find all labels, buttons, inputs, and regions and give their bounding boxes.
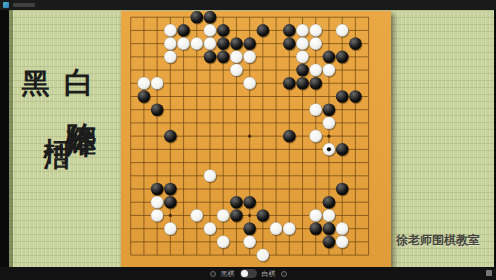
stone-white (323, 64, 336, 77)
stone-white (164, 24, 177, 37)
stone-black (164, 183, 177, 196)
stone-black (336, 143, 349, 156)
white-toggle-label: 白棋 (262, 267, 276, 280)
stone-white (309, 103, 322, 116)
stone-black (336, 51, 349, 64)
stone-black (164, 130, 177, 143)
star-point (327, 135, 330, 138)
stone-white (204, 222, 217, 235)
stone-black (217, 24, 230, 37)
stone-black (296, 77, 309, 90)
stone-black (217, 51, 230, 64)
black-toggle-label: 黑棋 (221, 267, 235, 280)
stone-black (230, 37, 243, 50)
go-board[interactable] (121, 11, 391, 267)
stone-white (164, 222, 177, 235)
stone-white (243, 236, 256, 249)
last-move-marker (327, 147, 331, 151)
stone-black (151, 103, 164, 116)
stone-white (204, 170, 217, 183)
stone-white (190, 37, 203, 50)
stone-white (230, 64, 243, 77)
star-point (248, 135, 251, 138)
stone-black (309, 77, 322, 90)
stone-white (151, 77, 164, 90)
stone-white (177, 37, 190, 50)
stone-white (336, 222, 349, 235)
star-point (248, 214, 251, 217)
stone-white (309, 209, 322, 222)
stone-white (164, 37, 177, 50)
stone-white (283, 222, 296, 235)
stone-black (283, 130, 296, 143)
left-black-edge (0, 10, 9, 267)
stone-black (296, 64, 309, 77)
stone-black (138, 90, 151, 103)
stone-black (336, 90, 349, 103)
stone-black (257, 24, 270, 37)
stone-black (243, 222, 256, 235)
stone-white (138, 77, 151, 90)
stone-white (164, 51, 177, 64)
stone-black (349, 90, 362, 103)
stone-black (243, 196, 256, 209)
stone-black (336, 183, 349, 196)
window-title (13, 3, 35, 7)
stone-white (296, 51, 309, 64)
stone-black (283, 24, 296, 37)
bottom-controls: 黑棋 白棋 (0, 267, 496, 280)
stone-black (323, 236, 336, 249)
stone-white (151, 196, 164, 209)
stone-black (283, 37, 296, 50)
title-bar (0, 0, 496, 10)
stone-white (270, 222, 283, 235)
board-svg (121, 11, 391, 267)
stone-white (336, 236, 349, 249)
stone-white (323, 117, 336, 130)
prev-button[interactable] (210, 271, 216, 277)
stone-white (243, 51, 256, 64)
content-area: 黑 柯洁 白 陈耀烨 徐老师围棋教室 (0, 10, 496, 267)
stone-white (243, 77, 256, 90)
stone-black (309, 222, 322, 235)
stone-black (323, 103, 336, 116)
app-window: 黑 柯洁 白 陈耀烨 徐老师围棋教室 黑棋 白棋 (0, 0, 496, 280)
stone-black (323, 196, 336, 209)
stone-black (230, 196, 243, 209)
star-point (169, 214, 172, 217)
stone-white (309, 24, 322, 37)
stone-white (296, 24, 309, 37)
black-player-name: 柯洁 (39, 116, 75, 126)
stone-black (323, 222, 336, 235)
stone-white (217, 209, 230, 222)
stone-black (204, 11, 217, 24)
stone-black (243, 37, 256, 50)
stone-black (323, 51, 336, 64)
stone-black (177, 24, 190, 37)
stone-black (190, 11, 203, 24)
stone-white (296, 37, 309, 50)
stone-white (151, 209, 164, 222)
white-player-name: 陈耀烨 (60, 98, 101, 107)
stone-white (204, 24, 217, 37)
stone-white (257, 249, 270, 262)
stone-black (164, 196, 177, 209)
stone-white (309, 130, 322, 143)
color-toggle[interactable] (240, 269, 257, 278)
stone-white (230, 51, 243, 64)
toggle-knob (241, 270, 248, 277)
app-icon (3, 2, 9, 8)
stone-black (151, 183, 164, 196)
stone-black (349, 37, 362, 50)
stone-black (283, 77, 296, 90)
stone-black (204, 51, 217, 64)
stone-white (323, 209, 336, 222)
tatami-edge-shadow (9, 10, 13, 267)
stone-white (336, 24, 349, 37)
stone-white (190, 209, 203, 222)
stone-white (309, 37, 322, 50)
stone-black (230, 209, 243, 222)
watermark-text: 徐老师围棋教室 (396, 232, 492, 249)
next-button[interactable] (281, 271, 287, 277)
stone-black (217, 37, 230, 50)
corner-icon[interactable] (486, 270, 492, 276)
stone-white (309, 64, 322, 77)
stone-black (257, 209, 270, 222)
stone-white (217, 236, 230, 249)
stone-white (204, 37, 217, 50)
